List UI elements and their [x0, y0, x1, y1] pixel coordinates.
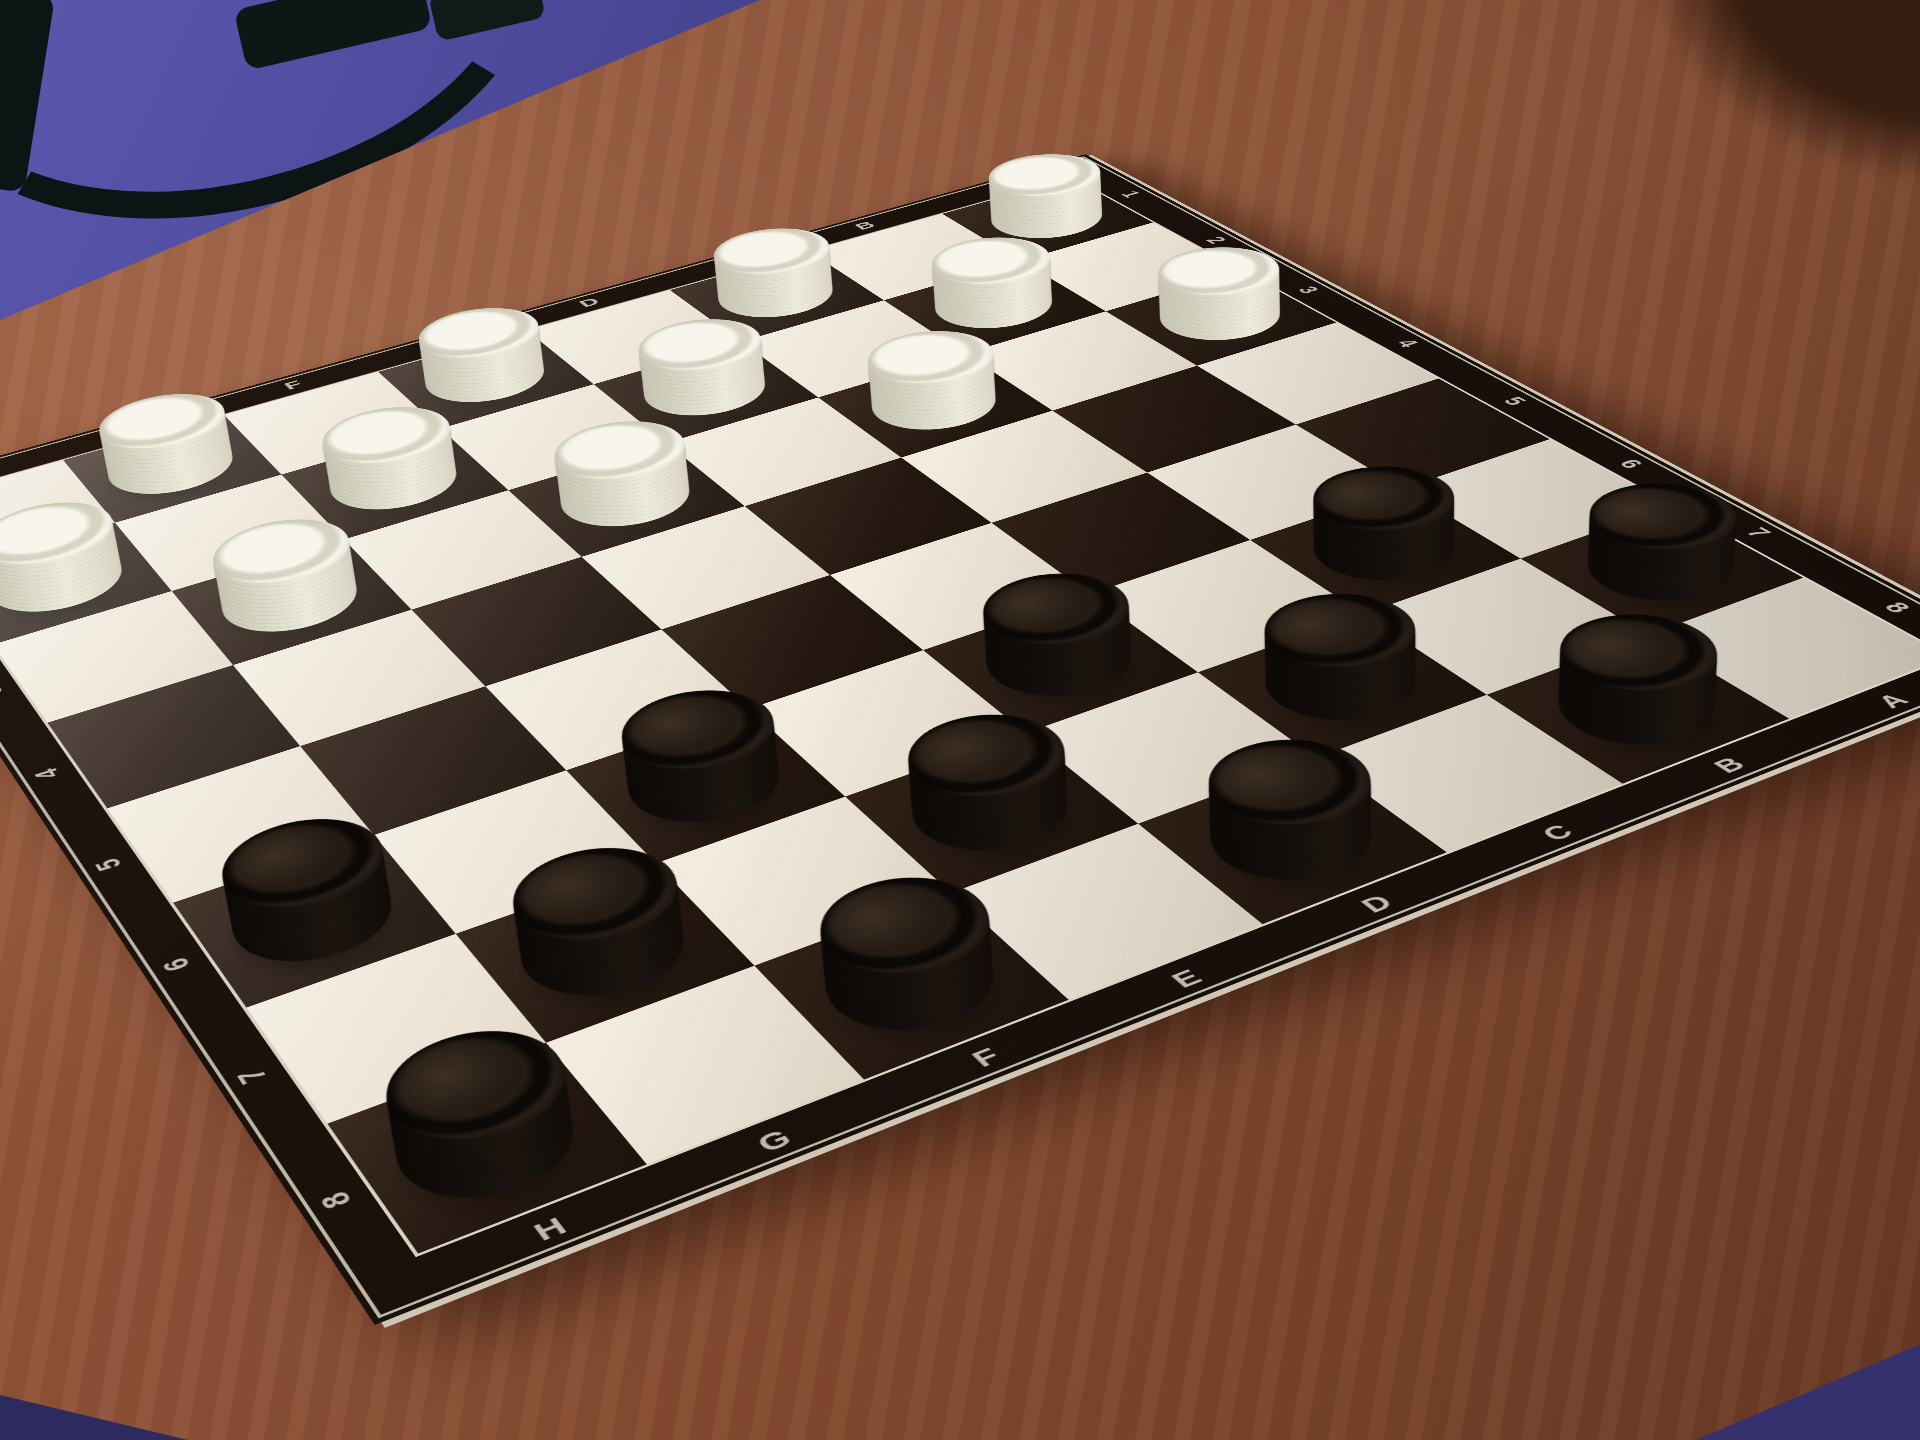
scene: HGFEDCBA HGFEDCBA 12345678 12345678: [0, 0, 1920, 1440]
black-man-D8[interactable]: [1180, 779, 1403, 899]
dark-object-top-right: [1620, 0, 1920, 200]
black-man-F6[interactable]: [604, 729, 805, 840]
black-man-E7[interactable]: [885, 754, 1097, 870]
black-man-H8[interactable]: [371, 1070, 602, 1222]
black-man-C7[interactable]: [1237, 633, 1445, 737]
floor-sliver-bottom-right: [1650, 1340, 1920, 1440]
floor-sliver-bottom-left: [0, 1380, 230, 1440]
black-man-G7[interactable]: [496, 886, 711, 1015]
black-man-A7[interactable]: [1559, 522, 1763, 615]
black-man-B6[interactable]: [1287, 505, 1482, 595]
checkers-board: HGFEDCBA HGFEDCBA 12345678 12345678: [0, 154, 1920, 1325]
black-man-H6[interactable]: [212, 857, 416, 981]
black-man-D6[interactable]: [961, 612, 1159, 712]
black-man-B8[interactable]: [1527, 654, 1746, 762]
